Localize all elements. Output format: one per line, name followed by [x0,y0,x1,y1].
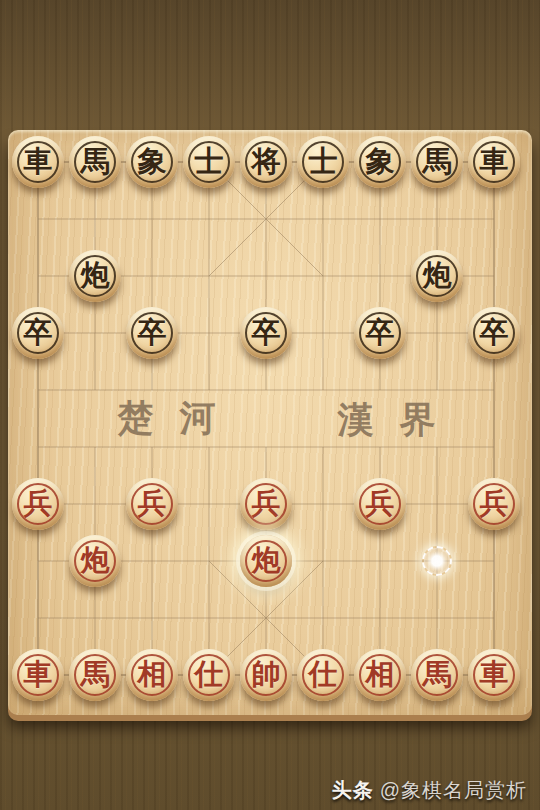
piece-red-炮[interactable]: 炮 [240,535,292,587]
piece-glyph: 馬 [423,660,452,689]
piece-red-兵[interactable]: 兵 [240,478,292,530]
piece-glyph: 炮 [81,546,110,575]
piece-glyph: 象 [138,147,167,176]
piece-glyph: 車 [24,147,53,176]
piece-glyph: 炮 [252,546,281,575]
piece-glyph: 車 [24,660,53,689]
piece-glyph: 卒 [480,318,509,347]
piece-glyph: 将 [252,147,281,176]
piece-glyph: 仕 [309,660,338,689]
river-label-chu-he: 楚河 [105,394,242,443]
piece-red-相[interactable]: 相 [126,649,178,701]
piece-red-兵[interactable]: 兵 [468,478,520,530]
piece-glyph: 士 [309,147,338,176]
piece-glyph: 車 [480,147,509,176]
piece-red-帥[interactable]: 帥 [240,649,292,701]
piece-glyph: 帥 [252,660,281,689]
piece-glyph: 相 [138,660,167,689]
piece-glyph: 兵 [366,489,395,518]
piece-black-卒[interactable]: 卒 [126,307,178,359]
piece-red-車[interactable]: 車 [12,649,64,701]
piece-glyph: 兵 [252,489,281,518]
piece-glyph: 車 [480,660,509,689]
piece-glyph: 卒 [24,318,53,347]
piece-red-車[interactable]: 車 [468,649,520,701]
piece-black-象[interactable]: 象 [354,136,406,188]
piece-red-兵[interactable]: 兵 [354,478,406,530]
piece-black-卒[interactable]: 卒 [354,307,406,359]
piece-black-車[interactable]: 車 [468,136,520,188]
piece-glyph: 兵 [138,489,167,518]
app-screen: 楚河 漢界 車馬象士将士象馬車炮炮卒卒卒卒卒兵兵兵兵兵炮炮車馬相仕帥仕相馬車 头… [0,0,540,810]
piece-red-仕[interactable]: 仕 [183,649,235,701]
watermark: 头条@象棋名局赏析 [332,777,527,804]
piece-red-馬[interactable]: 馬 [69,649,121,701]
river-label-han-jie: 漢界 [325,396,462,445]
piece-glyph: 兵 [480,489,509,518]
piece-black-将[interactable]: 将 [240,136,292,188]
piece-glyph: 仕 [195,660,224,689]
piece-black-象[interactable]: 象 [126,136,178,188]
piece-glyph: 馬 [423,147,452,176]
piece-red-仕[interactable]: 仕 [297,649,349,701]
piece-black-卒[interactable]: 卒 [240,307,292,359]
piece-glyph: 士 [195,147,224,176]
piece-glyph: 炮 [81,261,110,290]
piece-red-相[interactable]: 相 [354,649,406,701]
piece-black-炮[interactable]: 炮 [69,250,121,302]
piece-red-兵[interactable]: 兵 [126,478,178,530]
watermark-handle: @象棋名局赏析 [380,779,527,801]
piece-glyph: 相 [366,660,395,689]
piece-black-炮[interactable]: 炮 [411,250,463,302]
piece-glyph: 兵 [24,489,53,518]
last-move-origin-crosshair [422,546,452,576]
piece-glyph: 馬 [81,660,110,689]
piece-red-馬[interactable]: 馬 [411,649,463,701]
piece-glyph: 卒 [252,318,281,347]
piece-black-士[interactable]: 士 [183,136,235,188]
piece-black-馬[interactable]: 馬 [411,136,463,188]
watermark-brand: 头条 [332,779,374,801]
piece-black-馬[interactable]: 馬 [69,136,121,188]
piece-glyph: 卒 [366,318,395,347]
piece-black-車[interactable]: 車 [12,136,64,188]
piece-red-炮[interactable]: 炮 [69,535,121,587]
piece-glyph: 馬 [81,147,110,176]
piece-glyph: 象 [366,147,395,176]
piece-glyph: 炮 [423,261,452,290]
xiangqi-board[interactable]: 楚河 漢界 車馬象士将士象馬車炮炮卒卒卒卒卒兵兵兵兵兵炮炮車馬相仕帥仕相馬車 [8,130,532,715]
piece-black-士[interactable]: 士 [297,136,349,188]
piece-black-卒[interactable]: 卒 [468,307,520,359]
piece-glyph: 卒 [138,318,167,347]
piece-red-兵[interactable]: 兵 [12,478,64,530]
piece-black-卒[interactable]: 卒 [12,307,64,359]
